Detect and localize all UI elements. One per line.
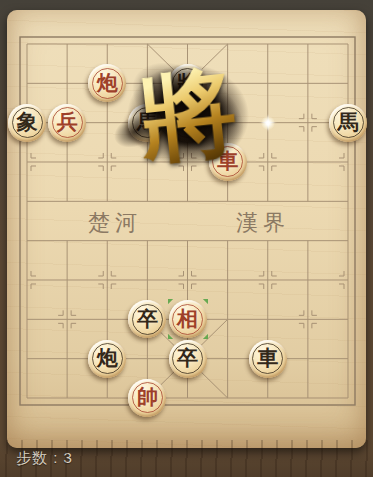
piece-character: 象 bbox=[17, 112, 38, 133]
piece-red-soldier[interactable]: 兵 bbox=[48, 104, 86, 142]
piece-character: 將 bbox=[177, 73, 198, 94]
move-counter-label: 步数 bbox=[16, 449, 48, 466]
piece-character: 車 bbox=[217, 151, 238, 172]
game-screen: 楚河 漢界 炮兵車車相帥將象馬馬卒炮卒車 將 步数 : 3 bbox=[0, 0, 373, 477]
piece-black-elephant[interactable]: 象 bbox=[8, 104, 46, 142]
move-counter: 步数 : 3 bbox=[16, 449, 73, 468]
piece-character: 馬 bbox=[338, 112, 359, 133]
piece-character: 帥 bbox=[137, 387, 158, 408]
piece-black-horse-1[interactable]: 馬 bbox=[128, 104, 166, 142]
piece-red-chariot-2[interactable]: 車 bbox=[209, 143, 247, 181]
piece-character: 卒 bbox=[137, 309, 158, 330]
piece-character: 車 bbox=[177, 112, 198, 133]
piece-black-soldier-2[interactable]: 卒 bbox=[169, 340, 207, 378]
piece-character: 馬 bbox=[137, 112, 158, 133]
piece-character: 相 bbox=[177, 309, 198, 330]
piece-black-cannon[interactable]: 炮 bbox=[88, 340, 126, 378]
piece-character: 車 bbox=[257, 348, 278, 369]
piece-black-horse-2[interactable]: 馬 bbox=[329, 104, 367, 142]
piece-black-general[interactable]: 將 bbox=[169, 64, 207, 102]
piece-character: 炮 bbox=[97, 73, 118, 94]
piece-character: 兵 bbox=[57, 112, 78, 133]
move-counter-separator: : bbox=[48, 449, 64, 466]
piece-red-chariot-1[interactable]: 車 bbox=[169, 104, 207, 142]
piece-character: 卒 bbox=[177, 348, 198, 369]
piece-black-chariot[interactable]: 車 bbox=[249, 340, 287, 378]
move-counter-value: 3 bbox=[64, 449, 73, 466]
piece-character: 炮 bbox=[97, 348, 118, 369]
piece-red-elephant[interactable]: 相 bbox=[169, 300, 207, 338]
